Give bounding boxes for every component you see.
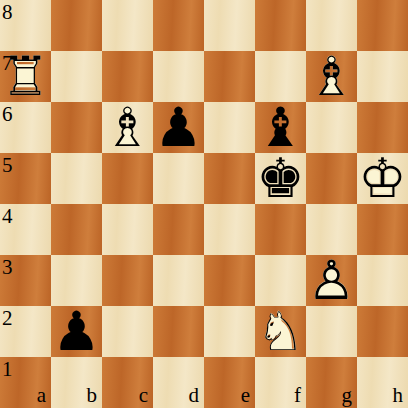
file-label-a: a <box>37 385 46 406</box>
square-a5[interactable]: 5 <box>0 153 51 204</box>
square-e7[interactable] <box>204 51 255 102</box>
square-b1[interactable]: b <box>51 357 102 408</box>
square-e6[interactable] <box>204 102 255 153</box>
white-pawn[interactable]: ♟♙ <box>306 255 357 306</box>
square-f2[interactable]: ♞♘ <box>255 306 306 357</box>
rank-label-3: 3 <box>2 257 13 278</box>
rank-label-5: 5 <box>2 155 13 176</box>
square-a8[interactable]: 8 <box>0 0 51 51</box>
square-a7[interactable]: 7♜♖ <box>0 51 51 102</box>
square-g5[interactable] <box>306 153 357 204</box>
square-f1[interactable]: f <box>255 357 306 408</box>
square-e8[interactable] <box>204 0 255 51</box>
square-d3[interactable] <box>153 255 204 306</box>
square-e4[interactable] <box>204 204 255 255</box>
square-h4[interactable] <box>357 204 408 255</box>
rank-label-2: 2 <box>2 308 13 329</box>
square-f7[interactable] <box>255 51 306 102</box>
square-b3[interactable] <box>51 255 102 306</box>
square-f8[interactable] <box>255 0 306 51</box>
square-a1[interactable]: 1a <box>0 357 51 408</box>
square-h3[interactable] <box>357 255 408 306</box>
square-e5[interactable] <box>204 153 255 204</box>
square-b7[interactable] <box>51 51 102 102</box>
black-pawn[interactable]: ♟ <box>153 102 204 153</box>
square-d4[interactable] <box>153 204 204 255</box>
black-king[interactable]: ♚ <box>255 153 306 204</box>
square-c3[interactable] <box>102 255 153 306</box>
square-h1[interactable]: h <box>357 357 408 408</box>
file-label-g: g <box>342 385 353 406</box>
white-knight-outline-icon: ♘ <box>255 306 306 357</box>
square-c5[interactable] <box>102 153 153 204</box>
square-e2[interactable] <box>204 306 255 357</box>
square-d1[interactable]: d <box>153 357 204 408</box>
black-bishop-icon: ♝ <box>255 102 306 153</box>
file-label-e: e <box>241 385 250 406</box>
file-label-h: h <box>393 385 404 406</box>
chess-board: 87♜♖♝♗6♝♗♟♝5♚♚♔43♟♙2♟♞♘1abcdefgh <box>0 0 408 408</box>
square-f6[interactable]: ♝ <box>255 102 306 153</box>
square-e1[interactable]: e <box>204 357 255 408</box>
square-h8[interactable] <box>357 0 408 51</box>
square-d5[interactable] <box>153 153 204 204</box>
file-label-d: d <box>189 385 200 406</box>
square-c7[interactable] <box>102 51 153 102</box>
square-c4[interactable] <box>102 204 153 255</box>
white-bishop[interactable]: ♝♗ <box>102 102 153 153</box>
square-b6[interactable] <box>51 102 102 153</box>
square-h6[interactable] <box>357 102 408 153</box>
square-d6[interactable]: ♟ <box>153 102 204 153</box>
square-g8[interactable] <box>306 0 357 51</box>
square-h2[interactable] <box>357 306 408 357</box>
white-king-outline-icon: ♔ <box>357 153 408 204</box>
rank-label-8: 8 <box>2 2 13 23</box>
square-e3[interactable] <box>204 255 255 306</box>
white-rook-outline-icon: ♖ <box>0 51 51 102</box>
square-a3[interactable]: 3 <box>0 255 51 306</box>
square-g4[interactable] <box>306 204 357 255</box>
file-label-b: b <box>87 385 98 406</box>
square-c2[interactable] <box>102 306 153 357</box>
white-knight[interactable]: ♞♘ <box>255 306 306 357</box>
square-b8[interactable] <box>51 0 102 51</box>
square-f3[interactable] <box>255 255 306 306</box>
white-king[interactable]: ♚♔ <box>357 153 408 204</box>
black-pawn-icon: ♟ <box>153 102 204 153</box>
white-bishop-outline-icon: ♗ <box>306 51 357 102</box>
square-c8[interactable] <box>102 0 153 51</box>
square-d7[interactable] <box>153 51 204 102</box>
square-g7[interactable]: ♝♗ <box>306 51 357 102</box>
square-a2[interactable]: 2 <box>0 306 51 357</box>
black-bishop[interactable]: ♝ <box>255 102 306 153</box>
square-h5[interactable]: ♚♔ <box>357 153 408 204</box>
square-g1[interactable]: g <box>306 357 357 408</box>
black-pawn[interactable]: ♟ <box>51 306 102 357</box>
square-a6[interactable]: 6 <box>0 102 51 153</box>
white-bishop[interactable]: ♝♗ <box>306 51 357 102</box>
square-b2[interactable]: ♟ <box>51 306 102 357</box>
white-pawn-outline-icon: ♙ <box>306 255 357 306</box>
square-b4[interactable] <box>51 204 102 255</box>
square-c1[interactable]: c <box>102 357 153 408</box>
square-h7[interactable] <box>357 51 408 102</box>
square-c6[interactable]: ♝♗ <box>102 102 153 153</box>
white-rook[interactable]: ♜♖ <box>0 51 51 102</box>
rank-label-1: 1 <box>2 359 13 380</box>
file-label-c: c <box>139 385 148 406</box>
square-g3[interactable]: ♟♙ <box>306 255 357 306</box>
square-f4[interactable] <box>255 204 306 255</box>
square-a4[interactable]: 4 <box>0 204 51 255</box>
square-d2[interactable] <box>153 306 204 357</box>
white-bishop-outline-icon: ♗ <box>102 102 153 153</box>
square-g2[interactable] <box>306 306 357 357</box>
square-g6[interactable] <box>306 102 357 153</box>
file-label-f: f <box>294 385 301 406</box>
rank-label-4: 4 <box>2 206 13 227</box>
black-pawn-icon: ♟ <box>51 306 102 357</box>
square-b5[interactable] <box>51 153 102 204</box>
black-king-icon: ♚ <box>255 153 306 204</box>
square-d8[interactable] <box>153 0 204 51</box>
square-f5[interactable]: ♚ <box>255 153 306 204</box>
